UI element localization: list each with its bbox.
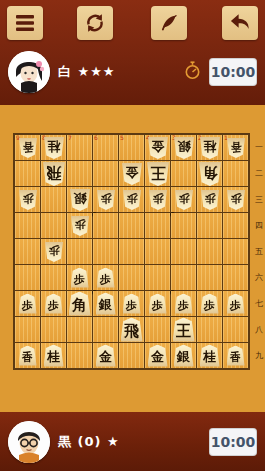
square-9六[interactable] <box>15 265 40 290</box>
square-7九[interactable] <box>67 343 92 368</box>
square-7三[interactable]: 銀 <box>67 187 92 212</box>
square-8三[interactable] <box>41 187 66 212</box>
bottom-player-avatar <box>8 421 50 463</box>
gote-piece-歩[interactable]: 歩 <box>45 242 63 262</box>
sente-piece-歩[interactable]: 歩 <box>19 294 37 314</box>
square-6二[interactable] <box>93 161 118 186</box>
square-5七[interactable]: 歩 <box>119 291 144 316</box>
square-8五[interactable]: 歩 <box>41 239 66 264</box>
square-9八[interactable] <box>15 317 40 342</box>
sente-piece-歩[interactable]: 歩 <box>97 268 115 288</box>
sente-piece-歩[interactable]: 歩 <box>123 294 141 314</box>
square-6四[interactable] <box>93 213 118 238</box>
square-8九[interactable]: 桂 <box>41 343 66 368</box>
square-3六[interactable] <box>171 265 196 290</box>
gote-piece-歩[interactable]: 歩 <box>201 190 219 210</box>
menu-button[interactable] <box>7 6 43 40</box>
sente-piece-歩[interactable]: 歩 <box>175 294 193 314</box>
header: 白 ★★★ 10:00 <box>0 0 265 105</box>
square-3二[interactable] <box>171 161 196 186</box>
gote-piece-金[interactable]: 金 <box>122 163 142 185</box>
bottom-player-bar: 黒 (0) ★ 10:00 <box>0 412 265 471</box>
sente-piece-角[interactable]: 角 <box>69 292 91 316</box>
menu-icon <box>15 14 35 32</box>
gote-piece-桂[interactable]: 桂 <box>200 137 220 159</box>
square-1二[interactable] <box>223 161 248 186</box>
square-3九[interactable]: 銀 <box>171 343 196 368</box>
feather-button[interactable] <box>151 6 187 40</box>
square-4四[interactable] <box>145 213 170 238</box>
sente-piece-銀[interactable]: 銀 <box>174 345 194 367</box>
shogi-board[interactable]: 9香8桂7654金3銀2桂1香飛金王角歩銀歩歩歩歩歩歩歩歩歩歩歩歩角銀歩歩歩歩歩… <box>13 133 250 370</box>
square-2三[interactable]: 歩 <box>197 187 222 212</box>
rank-label-九: 九 <box>253 343 265 369</box>
file-label-7: 7 <box>68 134 72 142</box>
square-3五[interactable] <box>171 239 196 264</box>
sente-piece-香[interactable]: 香 <box>227 346 245 366</box>
gote-piece-王[interactable]: 王 <box>147 162 169 186</box>
square-4三[interactable]: 歩 <box>145 187 170 212</box>
refresh-icon <box>84 12 106 34</box>
square-8一[interactable]: 8桂 <box>41 135 66 160</box>
square-1四[interactable] <box>223 213 248 238</box>
sente-piece-歩[interactable]: 歩 <box>149 294 167 314</box>
square-4七[interactable]: 歩 <box>145 291 170 316</box>
undo-icon <box>229 13 251 33</box>
gote-piece-歩[interactable]: 歩 <box>227 190 245 210</box>
square-2六[interactable] <box>197 265 222 290</box>
square-8二[interactable]: 飛 <box>41 161 66 186</box>
top-player-avatar <box>8 51 50 93</box>
square-7六[interactable]: 歩 <box>67 265 92 290</box>
square-4六[interactable] <box>145 265 170 290</box>
top-player-timer: 10:00 <box>209 58 257 86</box>
square-5四[interactable] <box>119 213 144 238</box>
square-3八[interactable]: 王 <box>171 317 196 342</box>
square-9四[interactable] <box>15 213 40 238</box>
square-4二[interactable]: 王 <box>145 161 170 186</box>
shogi-app: 白 ★★★ 10:00 9香8桂7654金3銀2桂1香飛金王角歩銀歩歩歩歩歩歩歩… <box>0 0 265 471</box>
rank-label-五: 五 <box>253 239 265 265</box>
square-1六[interactable] <box>223 265 248 290</box>
sente-piece-銀[interactable]: 銀 <box>96 293 116 315</box>
rank-label-二: 二 <box>253 161 265 187</box>
square-2七[interactable]: 歩 <box>197 291 222 316</box>
square-9三[interactable]: 歩 <box>15 187 40 212</box>
square-2二[interactable]: 角 <box>197 161 222 186</box>
square-2五[interactable] <box>197 239 222 264</box>
square-6六[interactable]: 歩 <box>93 265 118 290</box>
square-5一[interactable]: 5 <box>119 135 144 160</box>
square-9二[interactable] <box>15 161 40 186</box>
square-6五[interactable] <box>93 239 118 264</box>
gote-piece-歩[interactable]: 歩 <box>175 190 193 210</box>
square-5八[interactable]: 飛 <box>119 317 144 342</box>
square-8八[interactable] <box>41 317 66 342</box>
square-1九[interactable]: 香 <box>223 343 248 368</box>
square-4九[interactable]: 金 <box>145 343 170 368</box>
square-8四[interactable] <box>41 213 66 238</box>
square-5三[interactable]: 歩 <box>119 187 144 212</box>
square-2八[interactable] <box>197 317 222 342</box>
square-5五[interactable] <box>119 239 144 264</box>
sente-piece-桂[interactable]: 桂 <box>200 345 220 367</box>
square-3四[interactable] <box>171 213 196 238</box>
sente-piece-王[interactable]: 王 <box>173 318 195 342</box>
square-4五[interactable] <box>145 239 170 264</box>
sente-piece-金[interactable]: 金 <box>148 345 168 367</box>
rank-label-八: 八 <box>253 317 265 343</box>
sente-piece-飛[interactable]: 飛 <box>121 318 143 342</box>
square-2一[interactable]: 2桂 <box>197 135 222 160</box>
rank-label-四: 四 <box>253 213 265 239</box>
sente-piece-桂[interactable]: 桂 <box>44 345 64 367</box>
feather-icon <box>159 13 179 33</box>
rank-labels: 一二三四五六七八九 <box>253 135 265 369</box>
square-6一[interactable]: 6 <box>93 135 118 160</box>
file-label-6: 6 <box>94 134 98 142</box>
square-3七[interactable]: 歩 <box>171 291 196 316</box>
gote-piece-桂[interactable]: 桂 <box>44 137 64 159</box>
square-5二[interactable]: 金 <box>119 161 144 186</box>
undo-button[interactable] <box>222 6 258 40</box>
square-5六[interactable] <box>119 265 144 290</box>
square-4八[interactable] <box>145 317 170 342</box>
square-1五[interactable] <box>223 239 248 264</box>
square-2四[interactable] <box>197 213 222 238</box>
square-5九[interactable] <box>119 343 144 368</box>
square-2九[interactable]: 桂 <box>197 343 222 368</box>
square-9五[interactable] <box>15 239 40 264</box>
toolbar <box>0 6 265 42</box>
gote-piece-銀[interactable]: 銀 <box>70 189 90 211</box>
rank-label-六: 六 <box>253 265 265 291</box>
rank-label-一: 一 <box>253 135 265 161</box>
sente-piece-香[interactable]: 香 <box>19 346 37 366</box>
square-6九[interactable]: 金 <box>93 343 118 368</box>
square-7二[interactable] <box>67 161 92 186</box>
top-player-bar: 白 ★★★ 10:00 <box>0 46 265 98</box>
gote-piece-歩[interactable]: 歩 <box>71 216 89 236</box>
square-9九[interactable]: 香 <box>15 343 40 368</box>
square-7八[interactable] <box>67 317 92 342</box>
square-4一[interactable]: 4金 <box>145 135 170 160</box>
sente-piece-歩[interactable]: 歩 <box>71 268 89 288</box>
gote-piece-歩[interactable]: 歩 <box>97 190 115 210</box>
gote-piece-銀[interactable]: 銀 <box>174 137 194 159</box>
square-6三[interactable]: 歩 <box>93 187 118 212</box>
gote-piece-飛[interactable]: 飛 <box>43 162 65 186</box>
bottom-player-label: 黒 (0) ★ <box>58 433 201 451</box>
square-1八[interactable] <box>223 317 248 342</box>
square-3一[interactable]: 3銀 <box>171 135 196 160</box>
gote-piece-角[interactable]: 角 <box>199 162 221 186</box>
square-7五[interactable] <box>67 239 92 264</box>
gote-piece-金[interactable]: 金 <box>148 137 168 159</box>
refresh-button[interactable] <box>77 6 113 40</box>
rank-label-七: 七 <box>253 291 265 317</box>
sente-piece-歩[interactable]: 歩 <box>201 294 219 314</box>
square-8七[interactable]: 歩 <box>41 291 66 316</box>
square-3三[interactable]: 歩 <box>171 187 196 212</box>
square-8六[interactable] <box>41 265 66 290</box>
gote-piece-香[interactable]: 香 <box>227 138 245 158</box>
stopwatch-icon <box>184 61 201 84</box>
bottom-player-timer: 10:00 <box>209 428 257 456</box>
square-9七[interactable]: 歩 <box>15 291 40 316</box>
sente-piece-歩[interactable]: 歩 <box>45 294 63 314</box>
square-6八[interactable] <box>93 317 118 342</box>
square-1七[interactable]: 歩 <box>223 291 248 316</box>
file-label-5: 5 <box>120 134 124 142</box>
gote-piece-歩[interactable]: 歩 <box>123 190 141 210</box>
square-1三[interactable]: 歩 <box>223 187 248 212</box>
board-area: 9香8桂7654金3銀2桂1香飛金王角歩銀歩歩歩歩歩歩歩歩歩歩歩歩角銀歩歩歩歩歩… <box>0 105 265 412</box>
square-9一[interactable]: 9香 <box>15 135 40 160</box>
square-6七[interactable]: 銀 <box>93 291 118 316</box>
sente-piece-金[interactable]: 金 <box>96 345 116 367</box>
square-7七[interactable]: 角 <box>67 291 92 316</box>
sente-piece-歩[interactable]: 歩 <box>227 294 245 314</box>
square-7一[interactable]: 7 <box>67 135 92 160</box>
gote-piece-香[interactable]: 香 <box>19 138 37 158</box>
square-1一[interactable]: 1香 <box>223 135 248 160</box>
rank-label-三: 三 <box>253 187 265 213</box>
square-7四[interactable]: 歩 <box>67 213 92 238</box>
gote-piece-歩[interactable]: 歩 <box>19 190 37 210</box>
gote-piece-歩[interactable]: 歩 <box>149 190 167 210</box>
top-player-label: 白 ★★★ <box>58 63 176 81</box>
